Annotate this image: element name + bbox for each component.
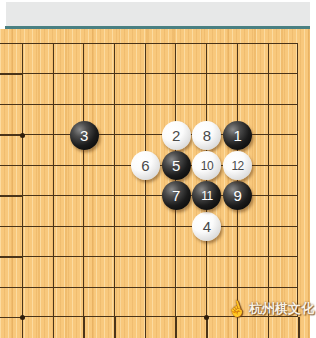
grid-cell — [237, 256, 268, 286]
grid-cell — [83, 43, 114, 73]
grid-cell — [145, 287, 176, 317]
stone-white-2-P16: 2 — [162, 121, 191, 150]
grid-cell — [114, 43, 145, 73]
grid-cell — [53, 165, 84, 195]
grid-cell — [114, 104, 145, 134]
grid-cell — [53, 287, 84, 317]
grid-cell — [268, 73, 299, 103]
grid-cell — [268, 256, 299, 286]
grid-cell — [145, 73, 176, 103]
stone-white-12-R15: 12 — [223, 151, 252, 180]
grid-cell — [22, 104, 53, 134]
grid-cell — [53, 256, 84, 286]
grid-cell — [22, 256, 53, 286]
grid-cell — [268, 43, 299, 73]
hand-icon: ☝ — [225, 298, 248, 321]
grid-cell — [175, 287, 206, 317]
grid-cell — [268, 104, 299, 134]
watermark: ☝ 杭州棋文化 — [227, 300, 314, 318]
grid-cell — [83, 256, 114, 286]
grid-cell — [22, 287, 53, 317]
grid-cell — [22, 43, 53, 73]
grid-cell — [53, 73, 84, 103]
grid-cell — [22, 134, 53, 164]
grid-cell — [237, 73, 268, 103]
grid-cell — [268, 195, 299, 225]
grid-cell — [114, 73, 145, 103]
grid-cell — [114, 287, 145, 317]
grid-cell — [114, 195, 145, 225]
grid-cell — [175, 256, 206, 286]
star-point-K16 — [20, 133, 25, 138]
grid-cell — [206, 256, 237, 286]
stone-black-7-P14: 7 — [162, 181, 191, 210]
stone-white-6-O15: 6 — [131, 151, 160, 180]
grid-cell — [206, 73, 237, 103]
grid-cell — [114, 226, 145, 256]
grid-cell — [268, 134, 299, 164]
grid-cell — [53, 226, 84, 256]
grid-cell — [83, 287, 114, 317]
board-lines-bottom-extension — [22, 317, 300, 338]
screenshot-root: { "game": "go", "board": { "size": 19, "… — [0, 0, 316, 338]
grid-cell — [237, 226, 268, 256]
grid-cell — [83, 73, 114, 103]
grid-cell — [22, 165, 53, 195]
board-grid — [22, 43, 298, 317]
grid-cell — [145, 226, 176, 256]
grid-cell — [145, 256, 176, 286]
stone-white-8-Q16: 8 — [192, 121, 221, 150]
grid-cell — [237, 43, 268, 73]
grid-cell — [83, 165, 114, 195]
grid-cell — [83, 195, 114, 225]
grid-cell — [114, 256, 145, 286]
grid-cell — [83, 226, 114, 256]
grid-cell — [22, 195, 53, 225]
grid-cell — [175, 43, 206, 73]
board-lines-left-extension — [0, 43, 23, 319]
grid-cell — [53, 43, 84, 73]
go-board: 123456789101112 — [0, 29, 310, 338]
grid-cell — [53, 195, 84, 225]
grid-cell — [268, 226, 299, 256]
stone-black-1-R16: 1 — [223, 121, 252, 150]
stone-black-3-M16: 3 — [70, 121, 99, 150]
grid-cell — [175, 73, 206, 103]
header-bar — [6, 2, 310, 26]
grid-cell — [22, 73, 53, 103]
grid-cell — [206, 43, 237, 73]
watermark-text: 杭州棋文化 — [249, 300, 314, 318]
stone-black-5-P15: 5 — [162, 151, 191, 180]
grid-cell — [268, 165, 299, 195]
grid-cell — [22, 226, 53, 256]
grid-cell — [145, 43, 176, 73]
